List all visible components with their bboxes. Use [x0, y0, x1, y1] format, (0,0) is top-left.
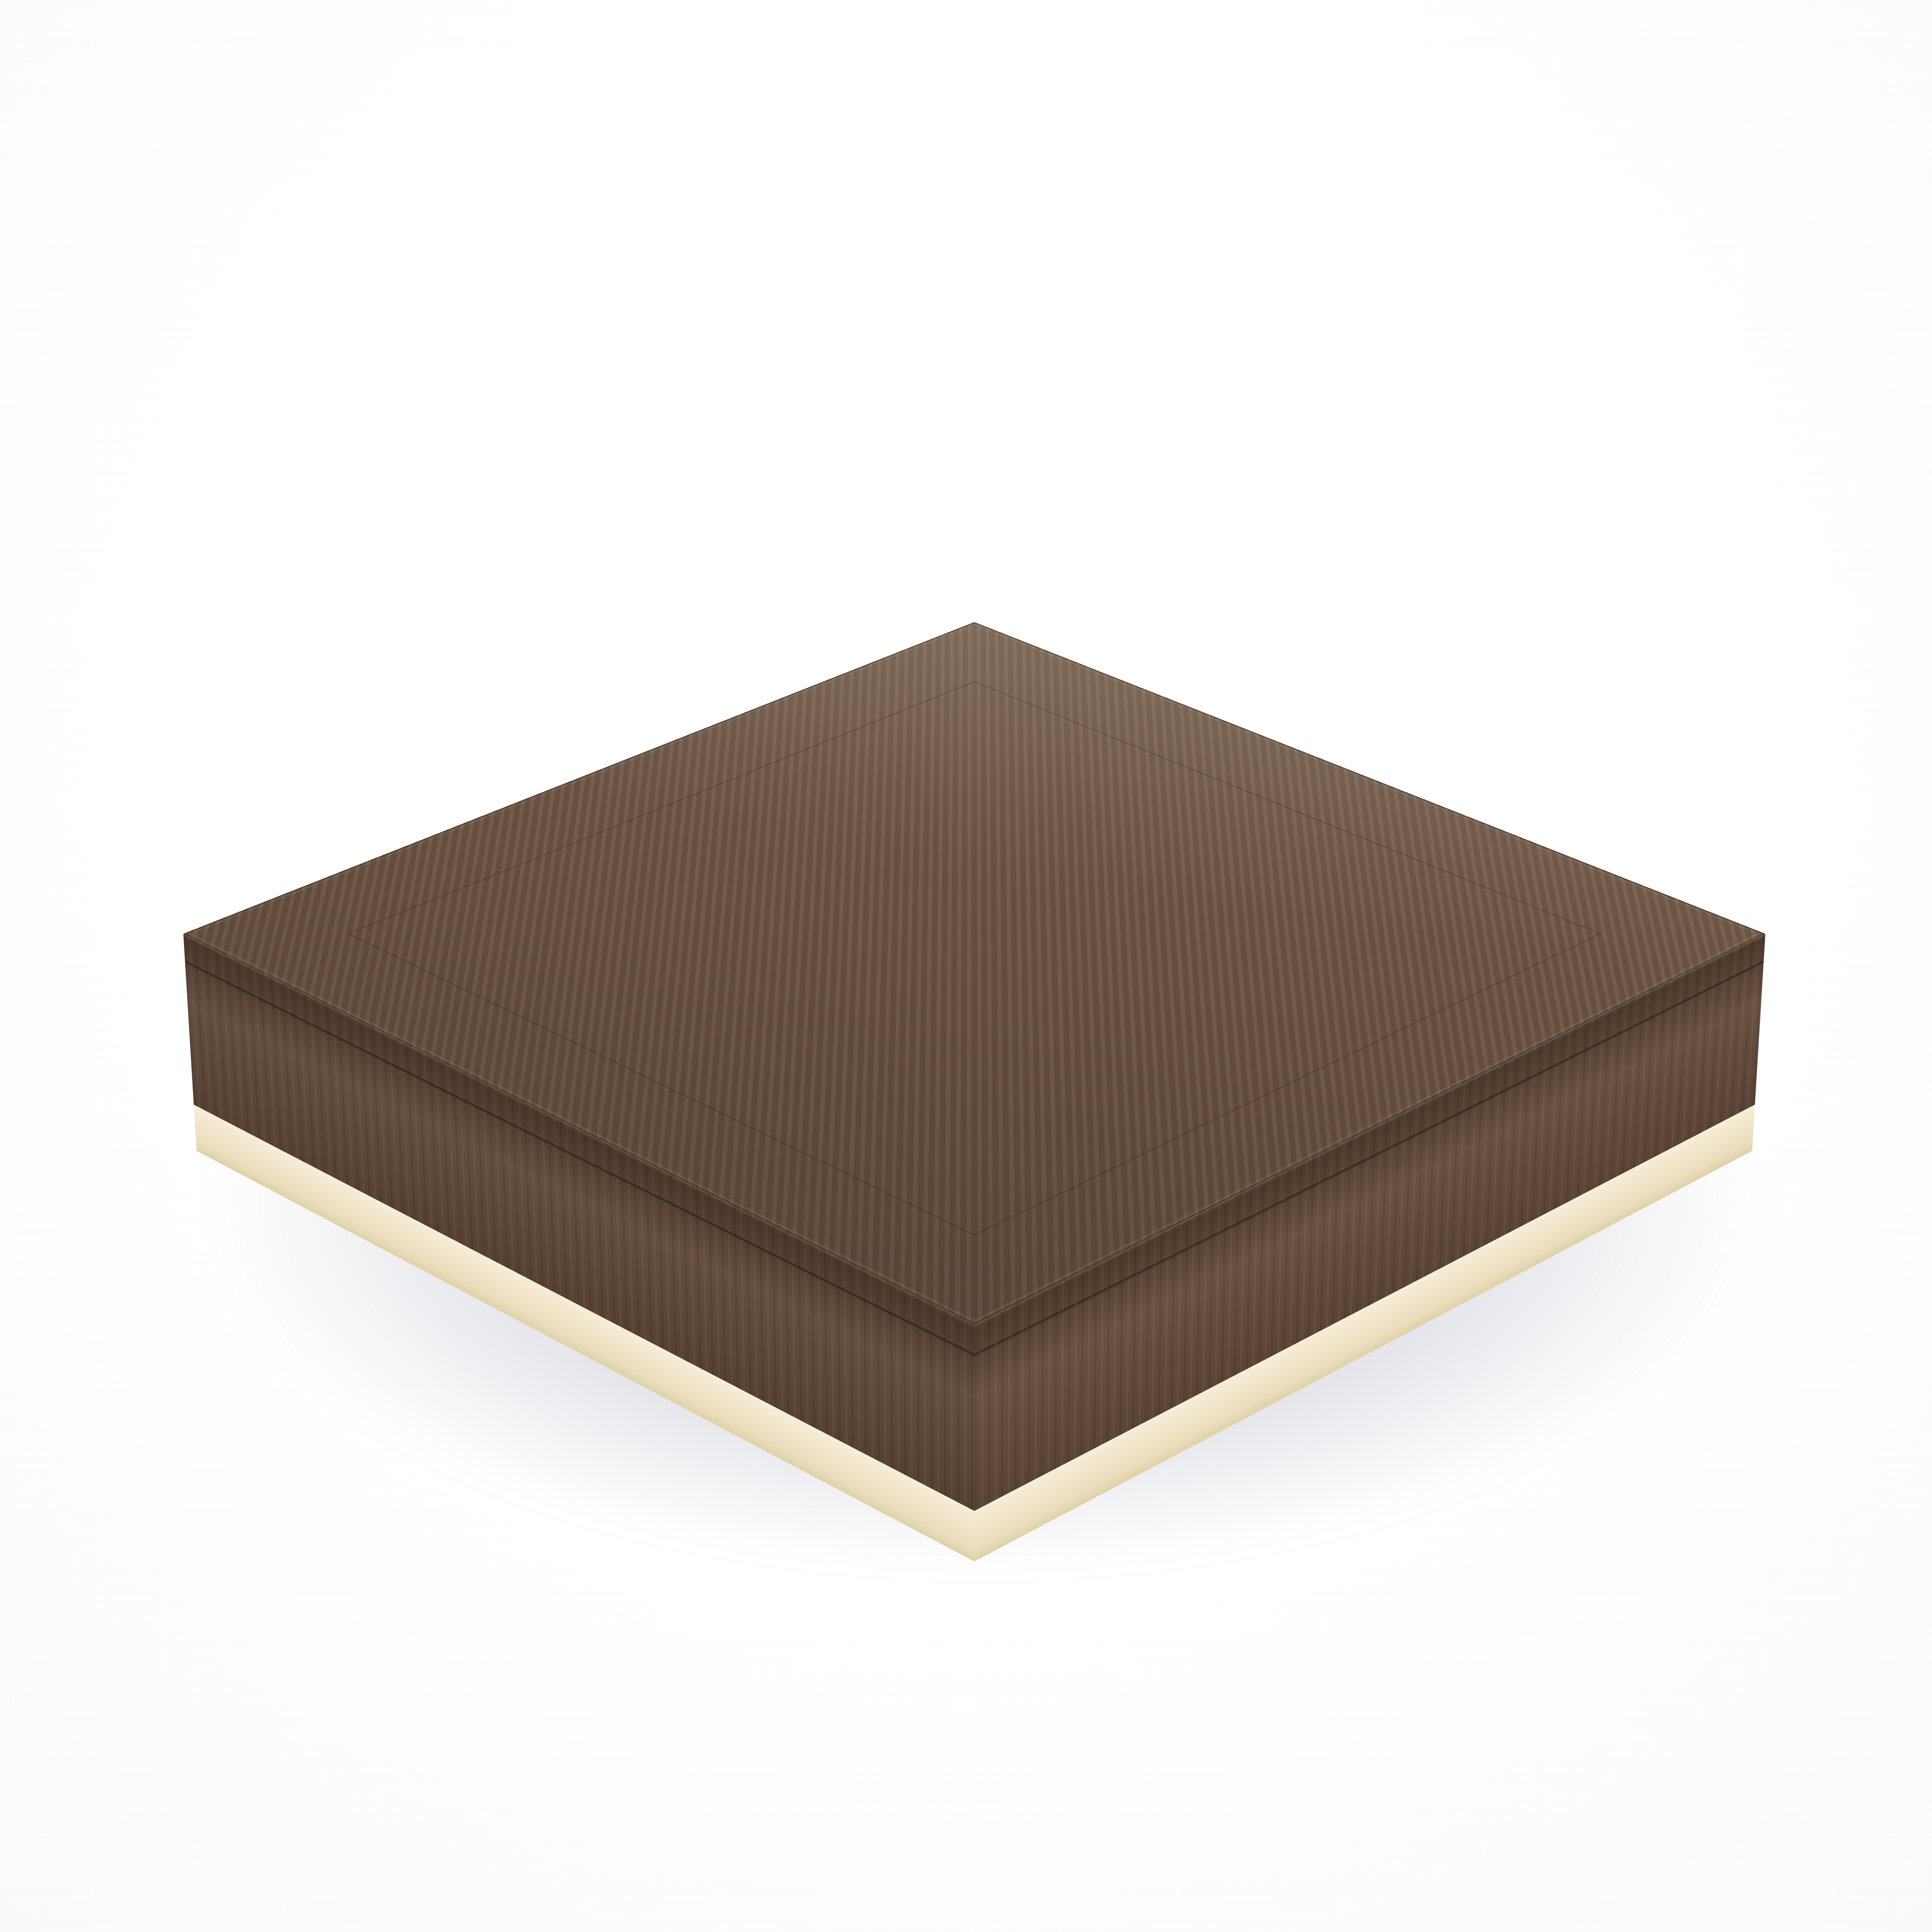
- chess-board-box: [183, 622, 1765, 1324]
- scene: [0, 0, 1932, 1932]
- product-photo-background: [0, 0, 1932, 1932]
